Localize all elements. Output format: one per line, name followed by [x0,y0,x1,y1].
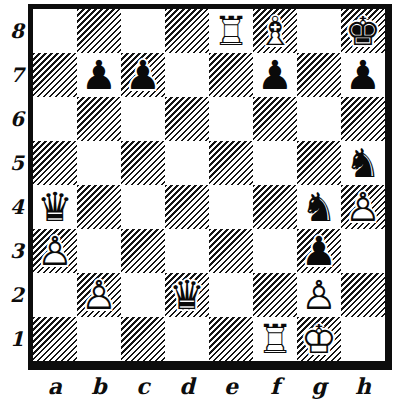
square-b2[interactable]: ♟♙ [77,273,121,317]
square-b5[interactable] [77,141,121,185]
piece-glyph: ♛ [165,273,209,317]
piece-glyph: ♚ [341,9,385,53]
square-e6[interactable] [209,97,253,141]
square-b7[interactable]: ♟♟ [77,53,121,97]
rank-label-8: 8 [0,9,24,53]
square-h6[interactable] [341,97,385,141]
rank-label-2: 2 [0,273,24,317]
white-rook-f1: ♜♖ [253,317,297,361]
square-h7[interactable]: ♟♟ [341,53,385,97]
rank-label-1: 1 [0,317,24,361]
white-rook-e8: ♜♖ [209,9,253,53]
square-e2[interactable] [209,273,253,317]
black-knight-h5: ♞♞ [341,141,385,185]
square-g8[interactable] [297,9,341,53]
piece-glyph: ♟ [341,53,385,97]
square-f1[interactable]: ♜♖ [253,317,297,361]
square-g2[interactable]: ♟♙ [297,273,341,317]
square-c2[interactable] [121,273,165,317]
square-e7[interactable] [209,53,253,97]
rank-label-3: 3 [0,229,24,273]
chess-diagram-page: 87654321 ♜♖♝♗♚♚♟♟♟♟♟♟♟♟♞♞♛♛♞♞♟♙♟♙♟♟♟♙♛♛♟… [0,0,394,404]
file-label-e: e [209,370,253,402]
square-g5[interactable] [297,141,341,185]
black-knight-g4: ♞♞ [297,185,341,229]
square-f6[interactable] [253,97,297,141]
square-e8[interactable]: ♜♖ [209,9,253,53]
square-a7[interactable] [33,53,77,97]
square-a4[interactable]: ♛♛ [33,185,77,229]
white-pawn-g2: ♟♙ [297,273,341,317]
square-d3[interactable] [165,229,209,273]
square-g7[interactable] [297,53,341,97]
file-label-b: b [77,370,121,402]
white-bishop-f8: ♝♗ [253,9,297,53]
square-g3[interactable]: ♟♟ [297,229,341,273]
black-pawn-f7: ♟♟ [253,53,297,97]
square-h3[interactable] [341,229,385,273]
file-label-h: h [341,370,385,402]
file-labels: abcdefgh [0,370,394,404]
square-c7[interactable]: ♟♟ [121,53,165,97]
square-h5[interactable]: ♞♞ [341,141,385,185]
square-f8[interactable]: ♝♗ [253,9,297,53]
black-pawn-b7: ♟♟ [77,53,121,97]
square-d8[interactable] [165,9,209,53]
square-d2[interactable]: ♛♛ [165,273,209,317]
file-label-g: g [297,370,341,402]
piece-glyph: ♙ [297,273,341,317]
square-c1[interactable] [121,317,165,361]
piece-glyph: ♟ [297,229,341,273]
white-pawn-b2: ♟♙ [77,273,121,317]
square-d1[interactable] [165,317,209,361]
rank-label-7: 7 [0,53,24,97]
square-a3[interactable]: ♟♙ [33,229,77,273]
black-pawn-c7: ♟♟ [121,53,165,97]
square-a8[interactable] [33,9,77,53]
square-c6[interactable] [121,97,165,141]
square-h2[interactable] [341,273,385,317]
square-a1[interactable] [33,317,77,361]
square-a5[interactable] [33,141,77,185]
black-queen-d2: ♛♛ [165,273,209,317]
piece-glyph: ♟ [77,53,121,97]
square-c5[interactable] [121,141,165,185]
square-b8[interactable] [77,9,121,53]
piece-glyph: ♖ [253,317,297,361]
square-e4[interactable] [209,185,253,229]
square-f5[interactable] [253,141,297,185]
black-king-h8: ♚♚ [341,9,385,53]
black-pawn-g3: ♟♟ [297,229,341,273]
chess-board: ♜♖♝♗♚♚♟♟♟♟♟♟♟♟♞♞♛♛♞♞♟♙♟♙♟♟♟♙♛♛♟♙♜♖♚♔ [28,4,392,370]
square-a6[interactable] [33,97,77,141]
square-b1[interactable] [77,317,121,361]
file-label-c: c [121,370,165,402]
square-g4[interactable]: ♞♞ [297,185,341,229]
rank-labels: 87654321 [0,0,28,404]
square-b3[interactable] [77,229,121,273]
square-b6[interactable] [77,97,121,141]
rank-label-6: 6 [0,97,24,141]
rank-label-4: 4 [0,185,24,229]
square-h8[interactable]: ♚♚ [341,9,385,53]
piece-glyph: ♟ [253,53,297,97]
piece-glyph: ♙ [341,185,385,229]
white-king-g1: ♚♔ [297,317,341,361]
square-c4[interactable] [121,185,165,229]
square-g6[interactable] [297,97,341,141]
square-h1[interactable] [341,317,385,361]
piece-glyph: ♛ [33,185,77,229]
square-c3[interactable] [121,229,165,273]
square-b4[interactable] [77,185,121,229]
square-d5[interactable] [165,141,209,185]
rank-label-5: 5 [0,141,24,185]
piece-glyph: ♔ [297,317,341,361]
square-d6[interactable] [165,97,209,141]
black-queen-a4: ♛♛ [33,185,77,229]
square-f3[interactable] [253,229,297,273]
white-pawn-h4: ♟♙ [341,185,385,229]
square-e3[interactable] [209,229,253,273]
white-pawn-a3: ♟♙ [33,229,77,273]
square-e1[interactable] [209,317,253,361]
square-d7[interactable] [165,53,209,97]
square-g1[interactable]: ♚♔ [297,317,341,361]
square-h4[interactable]: ♟♙ [341,185,385,229]
piece-glyph: ♞ [341,141,385,185]
square-d4[interactable] [165,185,209,229]
square-c8[interactable] [121,9,165,53]
file-label-d: d [165,370,209,402]
black-pawn-h7: ♟♟ [341,53,385,97]
square-f7[interactable]: ♟♟ [253,53,297,97]
piece-glyph: ♟ [121,53,165,97]
square-a2[interactable] [33,273,77,317]
piece-glyph: ♙ [33,229,77,273]
file-label-a: a [33,370,77,402]
piece-glyph: ♞ [297,185,341,229]
piece-glyph: ♗ [253,9,297,53]
file-label-f: f [253,370,297,402]
square-e5[interactable] [209,141,253,185]
square-f2[interactable] [253,273,297,317]
piece-glyph: ♖ [209,9,253,53]
piece-glyph: ♙ [77,273,121,317]
square-f4[interactable] [253,185,297,229]
